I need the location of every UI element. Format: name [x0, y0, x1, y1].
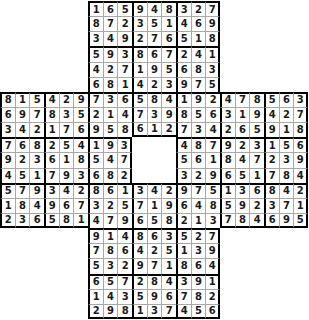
cell-r14c5[interactable]: 1 — [73, 213, 88, 228]
cell-r4c8[interactable]: 7 — [117, 62, 132, 77]
cell-r3c11[interactable]: 7 — [161, 46, 176, 61]
cell-r9c19[interactable]: 5 — [279, 137, 294, 152]
cell-r16c13[interactable]: 3 — [191, 243, 206, 258]
cell-r15c13[interactable]: 2 — [191, 228, 206, 243]
cell-r12c1[interactable]: 7 — [15, 183, 30, 198]
cell-r5c11[interactable]: 3 — [161, 77, 176, 92]
cell-r15c8[interactable]: 4 — [117, 228, 132, 243]
cell-r1c10[interactable]: 5 — [147, 16, 162, 31]
cell-r11c6[interactable]: 6 — [88, 168, 103, 183]
cell-r6c1[interactable]: 1 — [15, 92, 30, 107]
cell-r13c19[interactable]: 7 — [279, 198, 294, 213]
cell-r13c18[interactable]: 3 — [264, 198, 279, 213]
cell-r13c6[interactable]: 3 — [88, 198, 103, 213]
cell-r2c11[interactable]: 6 — [161, 31, 176, 46]
cell-r6c14[interactable]: 2 — [205, 92, 220, 107]
cell-r20c6[interactable]: 2 — [88, 304, 103, 319]
cell-r7c6[interactable]: 2 — [88, 107, 103, 122]
cell-r6c2[interactable]: 5 — [29, 92, 44, 107]
cell-r15c12[interactable]: 5 — [176, 228, 191, 243]
void-area — [293, 62, 308, 77]
cell-r19c9[interactable]: 5 — [132, 289, 147, 304]
cell-r8c10[interactable]: 1 — [147, 122, 162, 137]
cell-r5c6[interactable]: 6 — [88, 77, 103, 92]
cell-r8c11[interactable]: 2 — [161, 122, 176, 137]
cell-r7c19[interactable]: 2 — [279, 107, 294, 122]
cell-r12c2[interactable]: 9 — [29, 183, 44, 198]
cell-r7c3[interactable]: 8 — [44, 107, 59, 122]
cell-r1c11[interactable]: 1 — [161, 16, 176, 31]
cell-r14c6[interactable]: 4 — [88, 213, 103, 228]
cell-r11c4[interactable]: 9 — [59, 168, 74, 183]
cell-r9c1[interactable]: 6 — [15, 137, 30, 152]
cell-r20c10[interactable]: 3 — [147, 304, 162, 319]
cell-r12c16[interactable]: 3 — [235, 183, 250, 198]
cell-r19c8[interactable]: 3 — [117, 289, 132, 304]
cell-r13c5[interactable]: 7 — [73, 198, 88, 213]
cell-r12c20[interactable]: 2 — [293, 183, 308, 198]
cell-r6c8[interactable]: 6 — [117, 92, 132, 107]
cell-r10c5[interactable]: 8 — [73, 152, 88, 167]
cell-r9c18[interactable]: 1 — [264, 137, 279, 152]
cell-r0c6[interactable]: 1 — [88, 1, 103, 16]
cell-r9c5[interactable]: 4 — [73, 137, 88, 152]
cell-r12c3[interactable]: 3 — [44, 183, 59, 198]
cell-r0c12[interactable]: 3 — [176, 1, 191, 16]
cell-r11c16[interactable]: 5 — [235, 168, 250, 183]
cell-r8c8[interactable]: 8 — [117, 122, 132, 137]
cell-r14c10[interactable]: 5 — [147, 213, 162, 228]
cell-r6c7[interactable]: 3 — [103, 92, 118, 107]
cell-r11c12[interactable]: 3 — [176, 168, 191, 183]
cell-r6c4[interactable]: 2 — [59, 92, 74, 107]
cell-r6c9[interactable]: 5 — [132, 92, 147, 107]
cell-r9c13[interactable]: 8 — [191, 137, 206, 152]
cell-r9c0[interactable]: 7 — [0, 137, 15, 152]
cell-r12c14[interactable]: 5 — [205, 183, 220, 198]
cell-r18c10[interactable]: 8 — [147, 274, 162, 289]
cell-r8c16[interactable]: 6 — [235, 122, 250, 137]
cell-r14c11[interactable]: 8 — [161, 213, 176, 228]
void-area — [293, 77, 308, 92]
cell-r8c1[interactable]: 4 — [15, 122, 30, 137]
cell-r11c3[interactable]: 7 — [44, 168, 59, 183]
cell-r7c20[interactable]: 7 — [293, 107, 308, 122]
cell-r15c6[interactable]: 9 — [88, 228, 103, 243]
cell-r15c7[interactable]: 1 — [103, 228, 118, 243]
cell-r11c5[interactable]: 3 — [73, 168, 88, 183]
void-area — [249, 16, 264, 31]
cell-r8c0[interactable]: 3 — [0, 122, 15, 137]
cell-r11c7[interactable]: 8 — [103, 168, 118, 183]
cell-r14c14[interactable]: 3 — [205, 213, 220, 228]
cell-r3c9[interactable]: 8 — [132, 46, 147, 61]
cell-r13c14[interactable]: 8 — [205, 198, 220, 213]
cell-r2c12[interactable]: 5 — [176, 31, 191, 46]
cell-r14c18[interactable]: 6 — [264, 213, 279, 228]
cell-r20c9[interactable]: 1 — [132, 304, 147, 319]
cell-r8c3[interactable]: 1 — [44, 122, 59, 137]
cell-r9c2[interactable]: 8 — [29, 137, 44, 152]
cell-r12c6[interactable]: 8 — [88, 183, 103, 198]
cell-r14c13[interactable]: 1 — [191, 213, 206, 228]
cell-r19c12[interactable]: 7 — [176, 289, 191, 304]
cell-r14c19[interactable]: 9 — [279, 213, 294, 228]
cell-r11c2[interactable]: 1 — [29, 168, 44, 183]
cell-r14c2[interactable]: 6 — [29, 213, 44, 228]
cell-r6c0[interactable]: 8 — [0, 92, 15, 107]
cell-r16c11[interactable]: 5 — [161, 243, 176, 258]
void-area — [293, 289, 308, 304]
cell-r6c20[interactable]: 3 — [293, 92, 308, 107]
cell-r4c11[interactable]: 5 — [161, 62, 176, 77]
cell-r2c7[interactable]: 4 — [103, 31, 118, 46]
cell-r4c14[interactable]: 3 — [205, 62, 220, 77]
cell-r1c8[interactable]: 2 — [117, 16, 132, 31]
cell-r19c11[interactable]: 6 — [161, 289, 176, 304]
cell-r14c1[interactable]: 3 — [15, 213, 30, 228]
cell-r12c7[interactable]: 6 — [103, 183, 118, 198]
cell-r12c13[interactable]: 7 — [191, 183, 206, 198]
cell-r7c14[interactable]: 6 — [205, 107, 220, 122]
cell-r7c2[interactable]: 7 — [29, 107, 44, 122]
cell-r17c9[interactable]: 9 — [132, 258, 147, 273]
cell-r10c18[interactable]: 2 — [264, 152, 279, 167]
cell-r9c17[interactable]: 3 — [249, 137, 264, 152]
cell-r17c6[interactable]: 5 — [88, 258, 103, 273]
cell-r5c8[interactable]: 1 — [117, 77, 132, 92]
void-area — [279, 228, 294, 243]
cell-r6c10[interactable]: 8 — [147, 92, 162, 107]
cell-r17c11[interactable]: 1 — [161, 258, 176, 273]
cell-r5c7[interactable]: 8 — [103, 77, 118, 92]
cell-r2c10[interactable]: 7 — [147, 31, 162, 46]
cell-r0c8[interactable]: 5 — [117, 1, 132, 16]
cell-r13c15[interactable]: 5 — [220, 198, 235, 213]
cell-r12c8[interactable]: 1 — [117, 183, 132, 198]
cell-r20c8[interactable]: 8 — [117, 304, 132, 319]
cell-r16c8[interactable]: 6 — [117, 243, 132, 258]
cell-r9c14[interactable]: 7 — [205, 137, 220, 152]
cell-r7c1[interactable]: 9 — [15, 107, 30, 122]
cell-r9c12[interactable]: 4 — [176, 137, 191, 152]
cell-r1c14[interactable]: 9 — [205, 16, 220, 31]
cell-r4c6[interactable]: 4 — [88, 62, 103, 77]
cell-r5c9[interactable]: 4 — [132, 77, 147, 92]
cell-r14c0[interactable]: 2 — [0, 213, 15, 228]
cell-r14c3[interactable]: 5 — [44, 213, 59, 228]
cell-r10c20[interactable]: 9 — [293, 152, 308, 167]
cell-r13c4[interactable]: 6 — [59, 198, 74, 213]
cell-r4c9[interactable]: 1 — [132, 62, 147, 77]
cell-r3c7[interactable]: 9 — [103, 46, 118, 61]
cell-r15c9[interactable]: 8 — [132, 228, 147, 243]
cell-r7c15[interactable]: 3 — [220, 107, 235, 122]
cell-r10c15[interactable]: 8 — [220, 152, 235, 167]
cell-r1c13[interactable]: 6 — [191, 16, 206, 31]
cell-r9c7[interactable]: 9 — [103, 137, 118, 152]
cell-r17c8[interactable]: 2 — [117, 258, 132, 273]
cell-r10c4[interactable]: 1 — [59, 152, 74, 167]
cell-r16c6[interactable]: 7 — [88, 243, 103, 258]
cell-r3c13[interactable]: 4 — [191, 46, 206, 61]
cell-r6c18[interactable]: 5 — [264, 92, 279, 107]
cell-r18c7[interactable]: 5 — [103, 274, 118, 289]
cell-r18c11[interactable]: 4 — [161, 274, 176, 289]
cell-r10c7[interactable]: 4 — [103, 152, 118, 167]
cell-r7c0[interactable]: 6 — [0, 107, 15, 122]
cell-r9c8[interactable]: 3 — [117, 137, 132, 152]
cell-r6c19[interactable]: 6 — [279, 92, 294, 107]
cell-r20c7[interactable]: 9 — [103, 304, 118, 319]
cell-r20c14[interactable]: 6 — [205, 304, 220, 319]
cell-r14c20[interactable]: 5 — [293, 213, 308, 228]
void-area — [147, 137, 162, 152]
cell-r11c0[interactable]: 4 — [0, 168, 15, 183]
cell-r14c15[interactable]: 7 — [220, 213, 235, 228]
cell-r7c5[interactable]: 5 — [73, 107, 88, 122]
cell-r6c6[interactable]: 7 — [88, 92, 103, 107]
cell-r17c10[interactable]: 7 — [147, 258, 162, 273]
cell-r20c12[interactable]: 4 — [176, 304, 191, 319]
cell-r12c19[interactable]: 4 — [279, 183, 294, 198]
cell-r6c12[interactable]: 1 — [176, 92, 191, 107]
cell-r2c9[interactable]: 2 — [132, 31, 147, 46]
cell-r10c19[interactable]: 3 — [279, 152, 294, 167]
cell-r9c4[interactable]: 5 — [59, 137, 74, 152]
cell-r6c11[interactable]: 4 — [161, 92, 176, 107]
cell-r5c13[interactable]: 7 — [191, 77, 206, 92]
cell-r7c13[interactable]: 5 — [191, 107, 206, 122]
cell-r0c7[interactable]: 6 — [103, 1, 118, 16]
cell-r1c9[interactable]: 3 — [132, 16, 147, 31]
cell-r16c14[interactable]: 9 — [205, 243, 220, 258]
cell-r1c6[interactable]: 8 — [88, 16, 103, 31]
cell-r16c10[interactable]: 2 — [147, 243, 162, 258]
cell-r17c12[interactable]: 8 — [176, 258, 191, 273]
cell-r3c6[interactable]: 5 — [88, 46, 103, 61]
cell-r13c2[interactable]: 4 — [29, 198, 44, 213]
cell-r11c20[interactable]: 4 — [293, 168, 308, 183]
cell-r5c12[interactable]: 9 — [176, 77, 191, 92]
void-area — [220, 1, 235, 16]
cell-r9c6[interactable]: 1 — [88, 137, 103, 152]
void-area — [235, 228, 250, 243]
cell-r6c17[interactable]: 8 — [249, 92, 264, 107]
cell-r15c11[interactable]: 3 — [161, 228, 176, 243]
cell-r7c10[interactable]: 3 — [147, 107, 162, 122]
cell-r0c11[interactable]: 8 — [161, 1, 176, 16]
cell-r18c8[interactable]: 7 — [117, 274, 132, 289]
cell-r16c12[interactable]: 1 — [176, 243, 191, 258]
cell-r6c3[interactable]: 4 — [44, 92, 59, 107]
cell-r7c16[interactable]: 1 — [235, 107, 250, 122]
cell-r18c13[interactable]: 9 — [191, 274, 206, 289]
cell-r8c17[interactable]: 5 — [249, 122, 264, 137]
cell-r12c0[interactable]: 5 — [0, 183, 15, 198]
cell-r14c8[interactable]: 9 — [117, 213, 132, 228]
cell-r7c11[interactable]: 9 — [161, 107, 176, 122]
cell-r12c12[interactable]: 9 — [176, 183, 191, 198]
cell-r13c11[interactable]: 9 — [161, 198, 176, 213]
cell-r11c15[interactable]: 6 — [220, 168, 235, 183]
cell-r10c6[interactable]: 5 — [88, 152, 103, 167]
cell-r12c9[interactable]: 3 — [132, 183, 147, 198]
cell-r10c2[interactable]: 3 — [29, 152, 44, 167]
cell-r8c13[interactable]: 3 — [191, 122, 206, 137]
cell-r8c6[interactable]: 9 — [88, 122, 103, 137]
cell-r13c13[interactable]: 4 — [191, 198, 206, 213]
cell-r0c9[interactable]: 9 — [132, 1, 147, 16]
cell-r7c18[interactable]: 4 — [264, 107, 279, 122]
cell-r2c6[interactable]: 3 — [88, 31, 103, 46]
cell-r14c9[interactable]: 6 — [132, 213, 147, 228]
cell-r19c13[interactable]: 8 — [191, 289, 206, 304]
cell-r14c16[interactable]: 8 — [235, 213, 250, 228]
cell-r10c1[interactable]: 2 — [15, 152, 30, 167]
cell-r14c17[interactable]: 4 — [249, 213, 264, 228]
cell-r2c13[interactable]: 1 — [191, 31, 206, 46]
cell-r5c10[interactable]: 2 — [147, 77, 162, 92]
cell-r10c12[interactable]: 5 — [176, 152, 191, 167]
cell-r7c4[interactable]: 3 — [59, 107, 74, 122]
cell-r9c3[interactable]: 2 — [44, 137, 59, 152]
cell-r10c13[interactable]: 6 — [191, 152, 206, 167]
cell-r19c10[interactable]: 9 — [147, 289, 162, 304]
cell-r10c3[interactable]: 6 — [44, 152, 59, 167]
cell-r19c14[interactable]: 2 — [205, 289, 220, 304]
cell-r15c14[interactable]: 7 — [205, 228, 220, 243]
cell-r12c17[interactable]: 6 — [249, 183, 264, 198]
cell-r11c1[interactable]: 5 — [15, 168, 30, 183]
cell-r3c10[interactable]: 6 — [147, 46, 162, 61]
cell-r6c15[interactable]: 4 — [220, 92, 235, 107]
cell-r13c10[interactable]: 1 — [147, 198, 162, 213]
cell-r15c10[interactable]: 6 — [147, 228, 162, 243]
cell-r8c9[interactable]: 6 — [132, 122, 147, 137]
cell-r13c8[interactable]: 5 — [117, 198, 132, 213]
cell-r4c12[interactable]: 6 — [176, 62, 191, 77]
void-area — [264, 16, 279, 31]
cell-r0c10[interactable]: 4 — [147, 1, 162, 16]
cell-r9c15[interactable]: 9 — [220, 137, 235, 152]
cell-r8c4[interactable]: 7 — [59, 122, 74, 137]
cell-r11c14[interactable]: 9 — [205, 168, 220, 183]
cell-r12c4[interactable]: 4 — [59, 183, 74, 198]
cell-r17c13[interactable]: 6 — [191, 258, 206, 273]
cell-r18c6[interactable]: 6 — [88, 274, 103, 289]
cell-r0c13[interactable]: 2 — [191, 1, 206, 16]
cell-r10c0[interactable]: 9 — [0, 152, 15, 167]
cell-r8c18[interactable]: 9 — [264, 122, 279, 137]
void-area — [220, 228, 235, 243]
cell-r7c8[interactable]: 4 — [117, 107, 132, 122]
cell-r7c12[interactable]: 8 — [176, 107, 191, 122]
cell-r13c12[interactable]: 6 — [176, 198, 191, 213]
cell-r13c1[interactable]: 8 — [15, 198, 30, 213]
cell-r10c16[interactable]: 4 — [235, 152, 250, 167]
cell-r9c20[interactable]: 6 — [293, 137, 308, 152]
cell-r7c17[interactable]: 9 — [249, 107, 264, 122]
cell-r8c19[interactable]: 1 — [279, 122, 294, 137]
cell-r8c15[interactable]: 2 — [220, 122, 235, 137]
cell-r13c3[interactable]: 9 — [44, 198, 59, 213]
cell-r12c5[interactable]: 2 — [73, 183, 88, 198]
cell-r1c12[interactable]: 4 — [176, 16, 191, 31]
cell-r11c18[interactable]: 7 — [264, 168, 279, 183]
cell-r13c17[interactable]: 2 — [249, 198, 264, 213]
cell-r4c13[interactable]: 8 — [191, 62, 206, 77]
cell-r13c16[interactable]: 9 — [235, 198, 250, 213]
cell-r11c19[interactable]: 8 — [279, 168, 294, 183]
cell-r0c14[interactable]: 7 — [205, 1, 220, 16]
cell-r7c9[interactable]: 7 — [132, 107, 147, 122]
cell-r14c12[interactable]: 2 — [176, 213, 191, 228]
cell-r8c2[interactable]: 2 — [29, 122, 44, 137]
cell-r4c7[interactable]: 2 — [103, 62, 118, 77]
cell-r2c8[interactable]: 9 — [117, 31, 132, 46]
cell-r8c7[interactable]: 5 — [103, 122, 118, 137]
cell-r17c7[interactable]: 3 — [103, 258, 118, 273]
cell-r18c12[interactable]: 3 — [176, 274, 191, 289]
cell-r6c5[interactable]: 9 — [73, 92, 88, 107]
cell-r13c9[interactable]: 7 — [132, 198, 147, 213]
cell-r14c7[interactable]: 7 — [103, 213, 118, 228]
cell-r10c8[interactable]: 7 — [117, 152, 132, 167]
cell-r8c5[interactable]: 6 — [73, 122, 88, 137]
cell-r16c7[interactable]: 8 — [103, 243, 118, 258]
cell-r13c20[interactable]: 1 — [293, 198, 308, 213]
sudoku-puzzle: 1659483278723514693492765185938672414271… — [0, 0, 309, 320]
cell-r12c10[interactable]: 4 — [147, 183, 162, 198]
cell-r12c15[interactable]: 1 — [220, 183, 235, 198]
cell-r9c16[interactable]: 2 — [235, 137, 250, 152]
cell-r10c14[interactable]: 1 — [205, 152, 220, 167]
cell-r6c13[interactable]: 9 — [191, 92, 206, 107]
cell-r8c20[interactable]: 8 — [293, 122, 308, 137]
cell-r8c14[interactable]: 4 — [205, 122, 220, 137]
cell-r3c14[interactable]: 1 — [205, 46, 220, 61]
cell-r18c14[interactable]: 1 — [205, 274, 220, 289]
cell-r16c9[interactable]: 4 — [132, 243, 147, 258]
cell-r5c14[interactable]: 5 — [205, 77, 220, 92]
void-area — [132, 168, 147, 183]
cell-r3c8[interactable]: 3 — [117, 46, 132, 61]
cell-r6c16[interactable]: 7 — [235, 92, 250, 107]
cell-r10c17[interactable]: 7 — [249, 152, 264, 167]
cell-r17c14[interactable]: 4 — [205, 258, 220, 273]
cell-r4c10[interactable]: 9 — [147, 62, 162, 77]
cell-r12c18[interactable]: 8 — [264, 183, 279, 198]
cell-r20c13[interactable]: 5 — [191, 304, 206, 319]
cell-r11c17[interactable]: 1 — [249, 168, 264, 183]
cell-r14c4[interactable]: 8 — [59, 213, 74, 228]
cell-r1c7[interactable]: 7 — [103, 16, 118, 31]
cell-r20c11[interactable]: 7 — [161, 304, 176, 319]
cell-r3c12[interactable]: 2 — [176, 46, 191, 61]
cell-r2c14[interactable]: 8 — [205, 31, 220, 46]
cell-r11c8[interactable]: 2 — [117, 168, 132, 183]
cell-r12c11[interactable]: 2 — [161, 183, 176, 198]
cell-r11c13[interactable]: 2 — [191, 168, 206, 183]
cell-r13c7[interactable]: 2 — [103, 198, 118, 213]
cell-r13c0[interactable]: 1 — [0, 198, 15, 213]
cell-r19c7[interactable]: 4 — [103, 289, 118, 304]
cell-r7c7[interactable]: 1 — [103, 107, 118, 122]
cell-r19c6[interactable]: 1 — [88, 289, 103, 304]
cell-r18c9[interactable]: 2 — [132, 274, 147, 289]
cell-r8c12[interactable]: 7 — [176, 122, 191, 137]
